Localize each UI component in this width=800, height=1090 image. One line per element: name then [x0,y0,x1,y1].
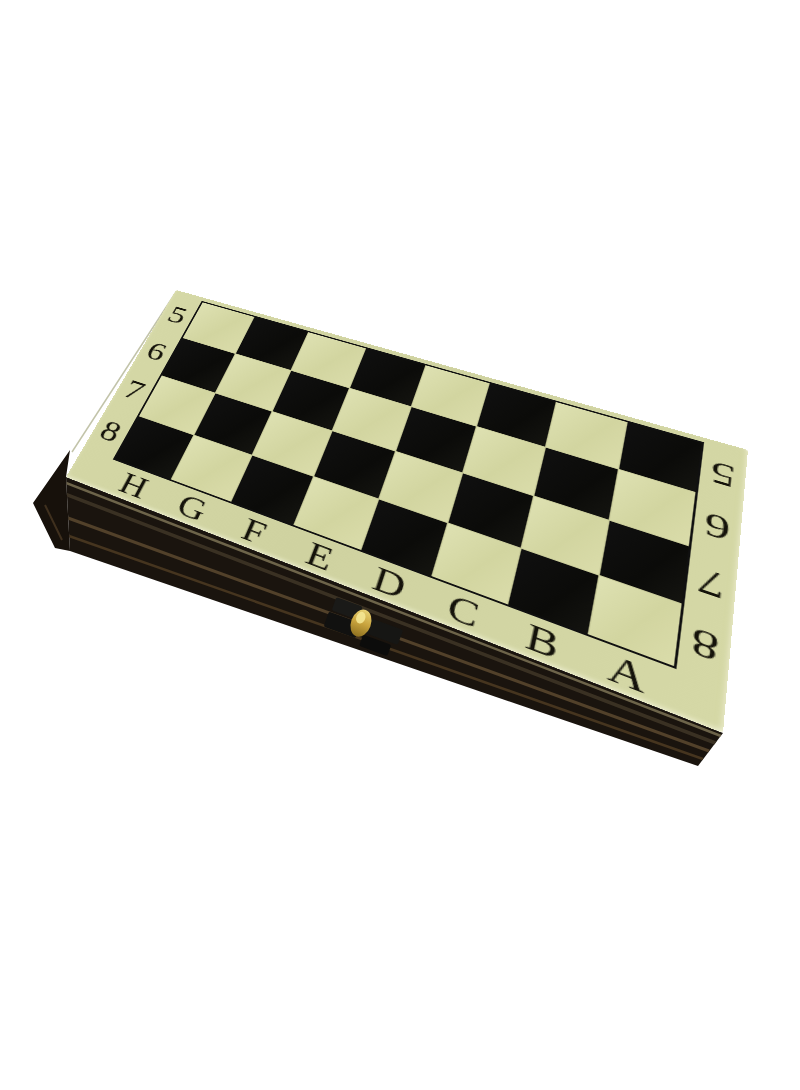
file-label-g: G [173,489,212,527]
product-photo-stage: 5678 5678 HGFEDCBA [0,0,800,1090]
file-label-e: E [302,536,338,576]
rank-label-right-6: 6 [703,506,732,547]
box-side-left [33,450,70,551]
file-label-f: F [237,512,271,550]
rank-label-right-5: 5 [709,455,737,493]
rank-label-right-7: 7 [696,561,726,606]
rank-label-right-8: 8 [689,620,721,669]
file-label-h: H [115,467,154,503]
